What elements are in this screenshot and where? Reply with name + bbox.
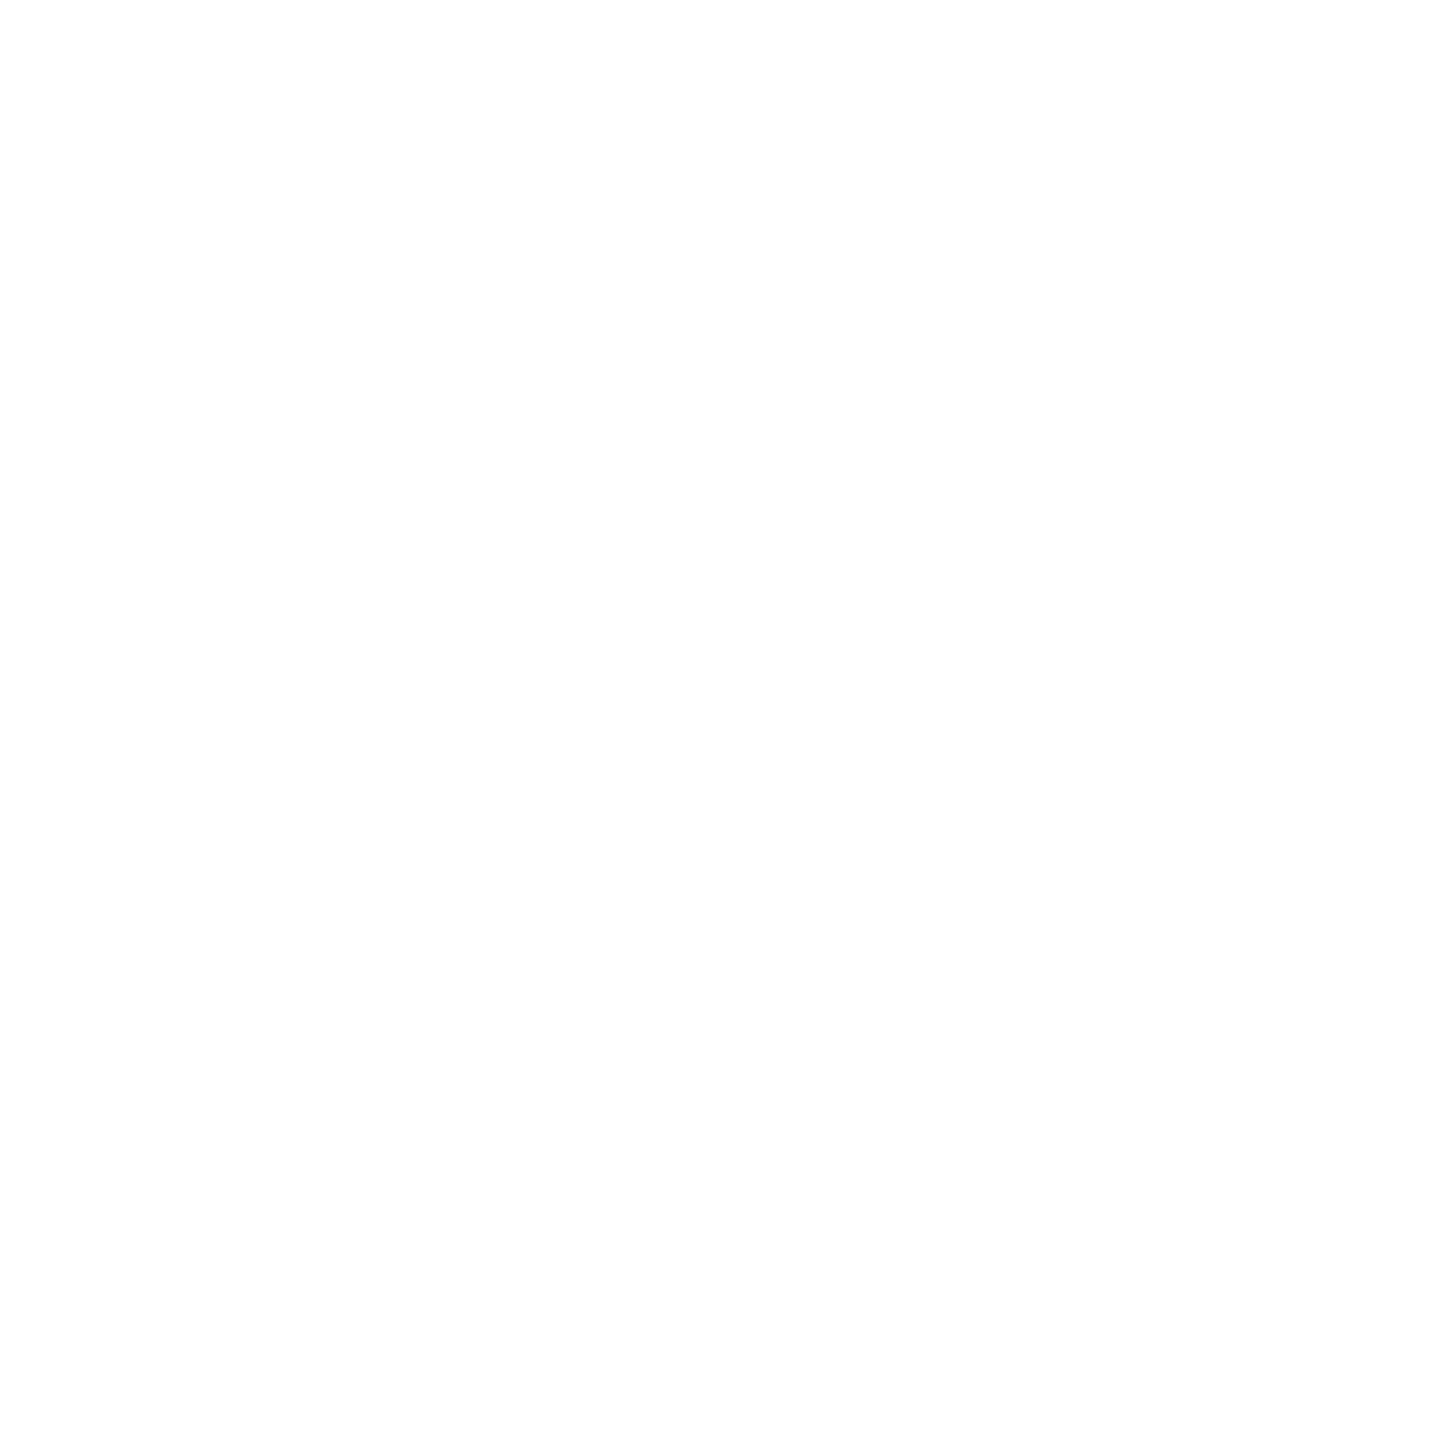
wine-rack-3d-render xyxy=(0,0,1445,1445)
render-stage xyxy=(0,0,1445,1445)
